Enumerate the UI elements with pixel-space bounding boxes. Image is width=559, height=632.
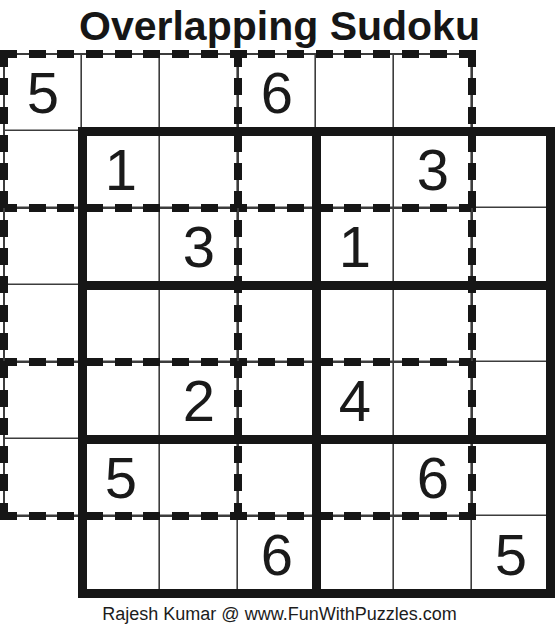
cell-r3-c4-empty[interactable] bbox=[316, 285, 394, 362]
cell-r4-c2-given: 2 bbox=[160, 362, 238, 439]
cell-r1-c3-empty[interactable] bbox=[238, 131, 316, 208]
cell-r4-c3-empty[interactable] bbox=[238, 362, 316, 439]
cell-r0-c2-empty[interactable] bbox=[160, 54, 238, 131]
cell-r4-c0-empty[interactable] bbox=[4, 362, 82, 439]
cell-r4-c4-given: 4 bbox=[316, 362, 394, 439]
cell-r6-c2-empty[interactable] bbox=[160, 516, 238, 593]
cell-r5-c4-empty[interactable] bbox=[316, 439, 394, 516]
cell-r0-c1-empty[interactable] bbox=[82, 54, 160, 131]
cell-r6-c0-void bbox=[4, 516, 82, 593]
cell-r1-c1-given: 1 bbox=[82, 131, 160, 208]
cell-r2-c1-empty[interactable] bbox=[82, 208, 160, 285]
credit-line: Rajesh Kumar @ www.FunWithPuzzles.com bbox=[0, 604, 559, 625]
cell-r3-c6-empty[interactable] bbox=[472, 285, 550, 362]
cell-r3-c3-empty[interactable] bbox=[238, 285, 316, 362]
board-cells: 561331245665 bbox=[4, 54, 550, 593]
cell-r5-c5-given: 6 bbox=[394, 439, 472, 516]
cell-r0-c6-void bbox=[472, 54, 550, 131]
cell-r5-c3-empty[interactable] bbox=[238, 439, 316, 516]
cell-r3-c0-empty[interactable] bbox=[4, 285, 82, 362]
cell-r1-c2-empty[interactable] bbox=[160, 131, 238, 208]
cell-r2-c3-empty[interactable] bbox=[238, 208, 316, 285]
cell-r0-c3-given: 6 bbox=[238, 54, 316, 131]
cell-r5-c6-empty[interactable] bbox=[472, 439, 550, 516]
cell-r6-c6-given: 5 bbox=[472, 516, 550, 593]
cell-r2-c2-given: 3 bbox=[160, 208, 238, 285]
cell-r4-c1-empty[interactable] bbox=[82, 362, 160, 439]
cell-r5-c2-empty[interactable] bbox=[160, 439, 238, 516]
cell-r0-c0-given: 5 bbox=[4, 54, 82, 131]
cell-r3-c1-empty[interactable] bbox=[82, 285, 160, 362]
cell-r2-c0-empty[interactable] bbox=[4, 208, 82, 285]
cell-r2-c6-empty[interactable] bbox=[472, 208, 550, 285]
cell-r6-c1-empty[interactable] bbox=[82, 516, 160, 593]
cell-r2-c5-empty[interactable] bbox=[394, 208, 472, 285]
cell-r6-c4-empty[interactable] bbox=[316, 516, 394, 593]
cell-r0-c4-empty[interactable] bbox=[316, 54, 394, 131]
cell-r1-c6-empty[interactable] bbox=[472, 131, 550, 208]
cell-r0-c5-empty[interactable] bbox=[394, 54, 472, 131]
cell-r1-c0-empty[interactable] bbox=[4, 131, 82, 208]
cell-r1-c5-given: 3 bbox=[394, 131, 472, 208]
cell-r1-c4-empty[interactable] bbox=[316, 131, 394, 208]
cell-r2-c4-given: 1 bbox=[316, 208, 394, 285]
page: Overlapping Sudoku 561331245665 Rajesh K… bbox=[0, 0, 559, 632]
cell-r3-c2-empty[interactable] bbox=[160, 285, 238, 362]
cell-r6-c5-empty[interactable] bbox=[394, 516, 472, 593]
cell-r5-c0-empty[interactable] bbox=[4, 439, 82, 516]
cell-r3-c5-empty[interactable] bbox=[394, 285, 472, 362]
cell-r5-c1-given: 5 bbox=[82, 439, 160, 516]
board: 561331245665 bbox=[0, 0, 559, 600]
cell-r6-c3-given: 6 bbox=[238, 516, 316, 593]
cell-r4-c5-empty[interactable] bbox=[394, 362, 472, 439]
cell-r4-c6-empty[interactable] bbox=[472, 362, 550, 439]
